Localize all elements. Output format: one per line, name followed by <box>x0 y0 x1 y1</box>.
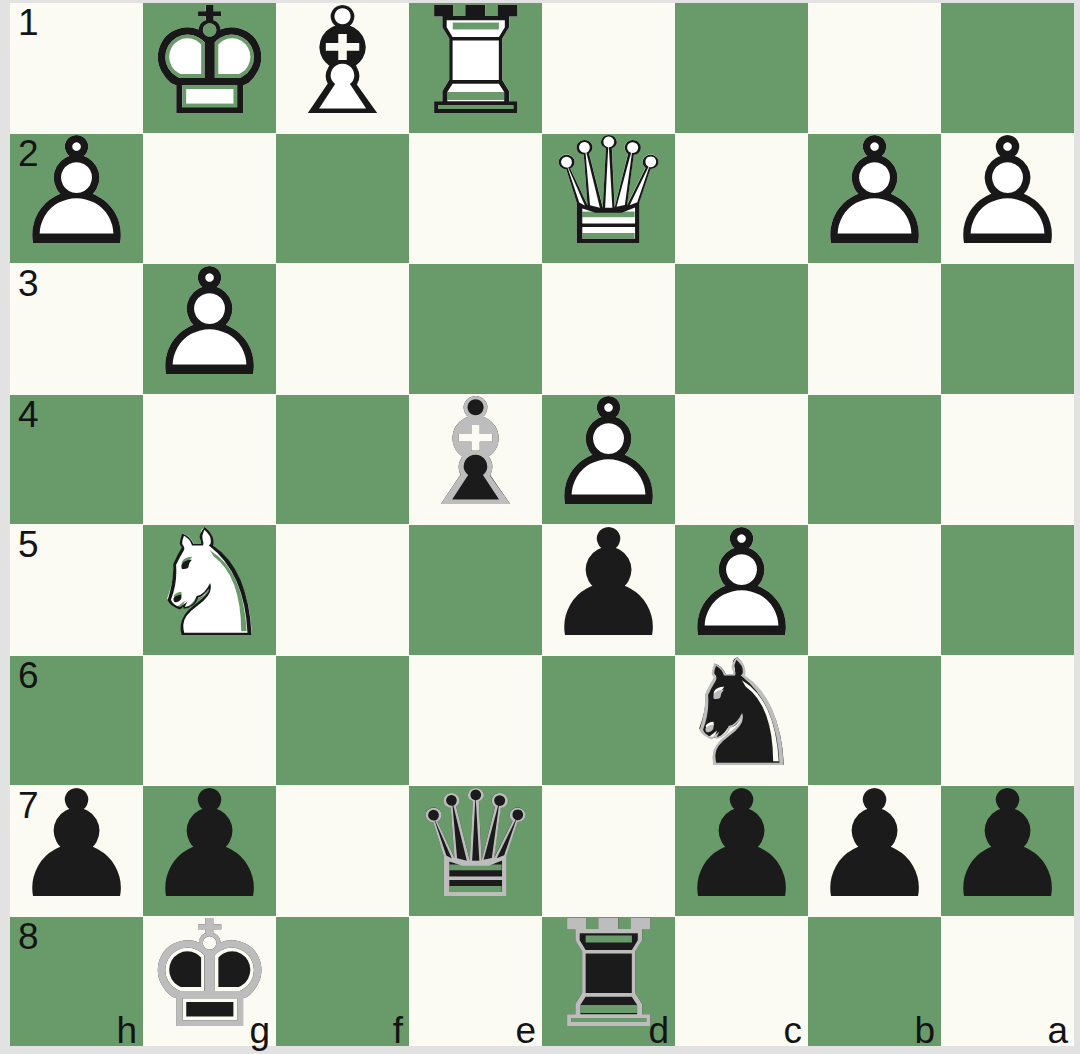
square-h2[interactable]: 2♟♙ <box>10 134 143 264</box>
chess-board: 1♚♔♝♗♜♖2♟♙♛♕♟♙♟♙3♟♙4♝♗♟♙5♞♘♟♟♙6♞♘7♟♟♛♕♟♟… <box>10 3 1074 1046</box>
black-pawn-icon: ♟ <box>675 780 808 910</box>
square-f3[interactable] <box>276 264 409 394</box>
square-c3[interactable] <box>675 264 808 394</box>
white-knight-outline-icon: ♘ <box>143 519 276 649</box>
rank-label-5: 5 <box>18 526 39 565</box>
square-a5[interactable] <box>941 525 1074 655</box>
file-label-h: h <box>116 1012 137 1049</box>
white-pawn-icon: ♟ <box>10 128 143 258</box>
black-pawn-icon: ♟ <box>542 519 675 649</box>
square-d2[interactable]: ♛♕ <box>542 134 675 264</box>
square-b6[interactable] <box>808 656 941 786</box>
square-g2[interactable] <box>143 134 276 264</box>
square-f6[interactable] <box>276 656 409 786</box>
square-d5[interactable]: ♟ <box>542 525 675 655</box>
white-rook-outline-icon: ♖ <box>409 0 542 127</box>
square-h6[interactable]: 6 <box>10 656 143 786</box>
square-e6[interactable] <box>409 656 542 786</box>
black-queen-icon: ♛ <box>409 780 542 910</box>
black-pawn-h7[interactable]: ♟ <box>10 786 143 916</box>
square-c8[interactable]: c <box>675 917 808 1047</box>
square-h4[interactable]: 4 <box>10 395 143 525</box>
square-h3[interactable]: 3 <box>10 264 143 394</box>
black-pawn-icon: ♟ <box>10 780 143 910</box>
white-king-outline-icon: ♔ <box>143 0 276 127</box>
square-b5[interactable] <box>808 525 941 655</box>
white-pawn-icon: ♟ <box>808 128 941 258</box>
square-c6[interactable]: ♞♘ <box>675 656 808 786</box>
square-e2[interactable] <box>409 134 542 264</box>
black-rook-icon: ♜ <box>542 911 675 1041</box>
square-d1[interactable] <box>542 3 675 133</box>
square-b4[interactable] <box>808 395 941 525</box>
black-pawn-b7[interactable]: ♟ <box>808 786 941 916</box>
square-g5[interactable]: ♞♘ <box>143 525 276 655</box>
square-c1[interactable] <box>675 3 808 133</box>
square-f2[interactable] <box>276 134 409 264</box>
white-pawn-outline-icon: ♙ <box>808 128 941 258</box>
square-a8[interactable]: a <box>941 917 1074 1047</box>
white-pawn-b2[interactable]: ♟♙ <box>808 134 941 264</box>
black-pawn-icon: ♟ <box>143 780 276 910</box>
white-pawn-icon: ♟ <box>542 389 675 519</box>
square-d3[interactable] <box>542 264 675 394</box>
square-g8[interactable]: g♚♔ <box>143 917 276 1047</box>
square-c7[interactable]: ♟ <box>675 786 808 916</box>
square-e7[interactable]: ♛♕ <box>409 786 542 916</box>
square-c4[interactable] <box>675 395 808 525</box>
black-queen-outline-icon: ♕ <box>409 780 542 910</box>
white-pawn-d4[interactable]: ♟♙ <box>542 395 675 525</box>
black-pawn-icon: ♟ <box>808 780 941 910</box>
black-king-icon: ♚ <box>143 911 276 1041</box>
square-b8[interactable]: b <box>808 917 941 1047</box>
square-d7[interactable] <box>542 786 675 916</box>
square-b3[interactable] <box>808 264 941 394</box>
square-d6[interactable] <box>542 656 675 786</box>
black-knight-icon: ♞ <box>675 650 808 780</box>
square-a2[interactable]: ♟♙ <box>941 134 1074 264</box>
square-h5[interactable]: 5 <box>10 525 143 655</box>
black-bishop-icon: ♝ <box>409 389 542 519</box>
square-e8[interactable]: e <box>409 917 542 1047</box>
black-pawn-a7[interactable]: ♟ <box>941 786 1074 916</box>
square-a3[interactable] <box>941 264 1074 394</box>
black-rook-outline-icon: ♖ <box>542 911 675 1041</box>
rank-label-3: 3 <box>18 265 39 304</box>
white-queen-d2[interactable]: ♛♕ <box>542 134 675 264</box>
square-e1[interactable]: ♜♖ <box>409 3 542 133</box>
black-king-g8[interactable]: ♚♔ <box>143 917 276 1047</box>
white-pawn-h2[interactable]: ♟♙ <box>10 134 143 264</box>
white-pawn-icon: ♟ <box>941 128 1074 258</box>
file-label-e: e <box>515 1012 536 1049</box>
white-pawn-c5[interactable]: ♟♙ <box>675 525 808 655</box>
square-e3[interactable] <box>409 264 542 394</box>
white-pawn-outline-icon: ♙ <box>941 128 1074 258</box>
square-h1[interactable]: 1 <box>10 3 143 133</box>
black-pawn-icon: ♟ <box>941 780 1074 910</box>
square-f7[interactable] <box>276 786 409 916</box>
white-bishop-outline-icon: ♗ <box>276 0 409 127</box>
white-king-g1[interactable]: ♚♔ <box>143 3 276 133</box>
square-g6[interactable] <box>143 656 276 786</box>
white-queen-icon: ♛ <box>542 128 675 258</box>
square-c2[interactable] <box>675 134 808 264</box>
black-bishop-e4[interactable]: ♝♗ <box>409 395 542 525</box>
square-a7[interactable]: ♟ <box>941 786 1074 916</box>
square-b1[interactable] <box>808 3 941 133</box>
white-pawn-icon: ♟ <box>143 258 276 388</box>
black-bishop-outline-icon: ♗ <box>409 389 542 519</box>
square-e4[interactable]: ♝♗ <box>409 395 542 525</box>
square-g3[interactable]: ♟♙ <box>143 264 276 394</box>
white-pawn-g3[interactable]: ♟♙ <box>143 264 276 394</box>
rank-label-1: 1 <box>18 4 39 43</box>
black-queen-e7[interactable]: ♛♕ <box>409 786 542 916</box>
square-h8[interactable]: 8h <box>10 917 143 1047</box>
file-label-a: a <box>1047 1012 1068 1049</box>
square-a6[interactable] <box>941 656 1074 786</box>
file-label-c: c <box>784 1012 803 1049</box>
square-g4[interactable] <box>143 395 276 525</box>
white-rook-icon: ♜ <box>409 0 542 127</box>
square-f4[interactable] <box>276 395 409 525</box>
black-king-outline-icon: ♔ <box>143 911 276 1041</box>
black-rook-d8[interactable]: ♜♖ <box>542 917 675 1047</box>
square-d8[interactable]: d♜♖ <box>542 917 675 1047</box>
square-e5[interactable] <box>409 525 542 655</box>
square-a1[interactable] <box>941 3 1074 133</box>
square-h7[interactable]: 7♟ <box>10 786 143 916</box>
rank-label-6: 6 <box>18 657 39 696</box>
white-pawn-outline-icon: ♙ <box>10 128 143 258</box>
rank-label-8: 8 <box>18 918 39 957</box>
square-g7[interactable]: ♟ <box>143 786 276 916</box>
file-label-f: f <box>393 1012 403 1049</box>
square-f8[interactable]: f <box>276 917 409 1047</box>
white-pawn-outline-icon: ♙ <box>542 389 675 519</box>
white-pawn-outline-icon: ♙ <box>675 519 808 649</box>
white-queen-outline-icon: ♕ <box>542 128 675 258</box>
rank-label-4: 4 <box>18 396 39 435</box>
white-pawn-icon: ♟ <box>675 519 808 649</box>
white-rook-e1[interactable]: ♜♖ <box>409 3 542 133</box>
white-pawn-outline-icon: ♙ <box>143 258 276 388</box>
black-pawn-d5[interactable]: ♟ <box>542 525 675 655</box>
square-g1[interactable]: ♚♔ <box>143 3 276 133</box>
white-king-icon: ♚ <box>143 0 276 127</box>
square-d4[interactable]: ♟♙ <box>542 395 675 525</box>
square-b7[interactable]: ♟ <box>808 786 941 916</box>
black-pawn-g7[interactable]: ♟ <box>143 786 276 916</box>
square-f5[interactable] <box>276 525 409 655</box>
square-b2[interactable]: ♟♙ <box>808 134 941 264</box>
square-f1[interactable]: ♝♗ <box>276 3 409 133</box>
black-pawn-c7[interactable]: ♟ <box>675 786 808 916</box>
square-a4[interactable] <box>941 395 1074 525</box>
white-pawn-a2[interactable]: ♟♙ <box>941 134 1074 264</box>
black-knight-c6[interactable]: ♞♘ <box>675 656 808 786</box>
square-c5[interactable]: ♟♙ <box>675 525 808 655</box>
black-knight-outline-icon: ♘ <box>675 650 808 780</box>
white-knight-icon: ♞ <box>143 519 276 649</box>
white-bishop-icon: ♝ <box>276 0 409 127</box>
file-label-b: b <box>914 1012 935 1049</box>
white-knight-g5[interactable]: ♞♘ <box>143 525 276 655</box>
white-bishop-f1[interactable]: ♝♗ <box>276 3 409 133</box>
